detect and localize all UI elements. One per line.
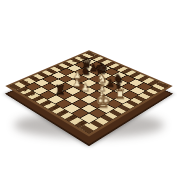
square-b6[interactable]	[75, 68, 89, 74]
rank-label-2: 2	[30, 77, 37, 81]
square-c8[interactable]	[97, 65, 111, 71]
rank-label-8: 8	[78, 57, 85, 60]
black-knight[interactable]: ♞	[77, 65, 94, 76]
black-rook[interactable]: ♜	[51, 84, 69, 97]
square-a2[interactable]	[35, 79, 49, 86]
square-a8[interactable]	[82, 59, 95, 65]
rank-label-3: 3	[39, 73, 46, 76]
square-g8[interactable]	[129, 79, 143, 86]
black-pawn[interactable]: ♟	[85, 64, 102, 73]
square-d8[interactable]	[105, 68, 119, 74]
black-king[interactable]: ♚	[93, 61, 110, 76]
square-b8[interactable]	[90, 62, 103, 68]
square-a5[interactable]	[60, 68, 74, 74]
rank-label-6: 6	[63, 63, 70, 66]
chess-board: ABCDEFGH12345678♚♛♜♞♞♝♟♟♚♜♞♝♟♟♟♟	[5, 50, 172, 136]
rank-label-5: 5	[56, 66, 63, 69]
square-a7[interactable]	[75, 62, 88, 68]
square-a6[interactable]	[67, 65, 81, 71]
board-3d-wrap: ABCDEFGH12345678♚♛♜♞♞♝♟♟♚♜♞♝♟♟♟♟	[28, 25, 150, 147]
black-queen[interactable]: ♛	[78, 56, 94, 69]
white-king[interactable]: ♚	[94, 93, 113, 110]
rank-label-7: 7	[71, 60, 78, 63]
white-rook[interactable]: ♜	[111, 88, 130, 101]
square-a4[interactable]	[52, 72, 66, 79]
square-b7[interactable]	[82, 65, 96, 71]
chess-set-photo: ABCDEFGH12345678♚♛♜♞♞♝♟♟♚♜♞♝♟♟♟♟	[0, 0, 177, 177]
square-c7[interactable]	[90, 68, 104, 74]
rank-label-4: 4	[47, 70, 54, 73]
